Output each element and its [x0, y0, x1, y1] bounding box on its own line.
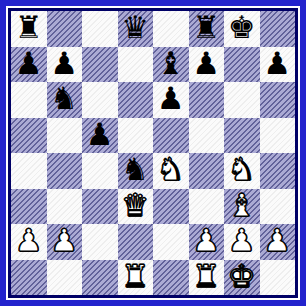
- square-c3[interactable]: [82, 189, 118, 225]
- piece-white-knight-e4[interactable]: ♞: [157, 154, 185, 185]
- square-a4[interactable]: [11, 153, 47, 189]
- piece-white-knight-g4[interactable]: ♞: [228, 154, 256, 185]
- square-b8[interactable]: [47, 11, 83, 47]
- piece-white-king-g1[interactable]: ♚: [228, 261, 256, 292]
- square-g7[interactable]: [224, 47, 260, 83]
- square-e3[interactable]: [153, 189, 189, 225]
- square-d4[interactable]: ♞: [118, 153, 154, 189]
- piece-black-bishop-e7[interactable]: ♝: [157, 48, 185, 79]
- square-d1[interactable]: ♜: [118, 260, 154, 296]
- square-f2[interactable]: ♟: [189, 224, 225, 260]
- square-f8[interactable]: ♜: [189, 11, 225, 47]
- square-d5[interactable]: [118, 118, 154, 154]
- piece-white-rook-d1[interactable]: ♜: [121, 261, 149, 292]
- square-a7[interactable]: ♟: [11, 47, 47, 83]
- piece-white-pawn-h2[interactable]: ♟: [263, 225, 291, 256]
- square-b2[interactable]: ♟: [47, 224, 83, 260]
- square-a3[interactable]: [11, 189, 47, 225]
- square-c4[interactable]: [82, 153, 118, 189]
- piece-black-rook-f8[interactable]: ♜: [192, 12, 220, 43]
- piece-white-rook-f1[interactable]: ♜: [192, 261, 220, 292]
- square-f3[interactable]: [189, 189, 225, 225]
- square-c1[interactable]: [82, 260, 118, 296]
- square-a1[interactable]: [11, 260, 47, 296]
- square-b3[interactable]: [47, 189, 83, 225]
- piece-black-king-g8[interactable]: ♚: [228, 12, 256, 43]
- square-d8[interactable]: ♛: [118, 11, 154, 47]
- square-g6[interactable]: [224, 82, 260, 118]
- piece-black-pawn-c5[interactable]: ♟: [86, 119, 114, 150]
- square-a5[interactable]: [11, 118, 47, 154]
- square-h3[interactable]: [260, 189, 296, 225]
- piece-black-knight-d4[interactable]: ♞: [121, 154, 149, 185]
- piece-white-pawn-b2[interactable]: ♟: [50, 225, 78, 256]
- square-d2[interactable]: [118, 224, 154, 260]
- piece-black-pawn-a7[interactable]: ♟: [15, 48, 43, 79]
- square-a6[interactable]: [11, 82, 47, 118]
- square-f4[interactable]: [189, 153, 225, 189]
- square-g4[interactable]: ♞: [224, 153, 260, 189]
- piece-black-pawn-e6[interactable]: ♟: [157, 83, 185, 114]
- square-d7[interactable]: [118, 47, 154, 83]
- square-h4[interactable]: [260, 153, 296, 189]
- piece-white-pawn-f2[interactable]: ♟: [192, 225, 220, 256]
- square-b6[interactable]: ♞: [47, 82, 83, 118]
- square-d6[interactable]: [118, 82, 154, 118]
- square-e7[interactable]: ♝: [153, 47, 189, 83]
- square-e8[interactable]: [153, 11, 189, 47]
- square-g2[interactable]: ♟: [224, 224, 260, 260]
- square-f1[interactable]: ♜: [189, 260, 225, 296]
- square-b1[interactable]: [47, 260, 83, 296]
- square-h1[interactable]: [260, 260, 296, 296]
- square-a8[interactable]: ♜: [11, 11, 47, 47]
- square-g3[interactable]: ♝: [224, 189, 260, 225]
- square-h7[interactable]: ♟: [260, 47, 296, 83]
- square-g1[interactable]: ♚: [224, 260, 260, 296]
- square-e2[interactable]: [153, 224, 189, 260]
- square-c6[interactable]: [82, 82, 118, 118]
- square-b7[interactable]: ♟: [47, 47, 83, 83]
- piece-white-pawn-a2[interactable]: ♟: [15, 225, 43, 256]
- square-g5[interactable]: [224, 118, 260, 154]
- square-e6[interactable]: ♟: [153, 82, 189, 118]
- square-c2[interactable]: [82, 224, 118, 260]
- piece-black-pawn-f7[interactable]: ♟: [192, 48, 220, 79]
- square-h2[interactable]: ♟: [260, 224, 296, 260]
- piece-white-bishop-g3[interactable]: ♝: [228, 190, 256, 221]
- piece-black-knight-b6[interactable]: ♞: [50, 83, 78, 114]
- square-b4[interactable]: [47, 153, 83, 189]
- chess-board: ♜♛♜♚♟♟♝♟♟♞♟♟♞♞♞♛♝♟♟♟♟♟♜♜♚: [11, 11, 295, 295]
- square-c8[interactable]: [82, 11, 118, 47]
- chess-app: ♜♛♜♚♟♟♝♟♟♞♟♟♞♞♞♛♝♟♟♟♟♟♜♜♚: [0, 0, 306, 306]
- square-e4[interactable]: ♞: [153, 153, 189, 189]
- square-h5[interactable]: [260, 118, 296, 154]
- square-f7[interactable]: ♟: [189, 47, 225, 83]
- piece-black-pawn-h7[interactable]: ♟: [263, 48, 291, 79]
- piece-black-queen-d8[interactable]: ♛: [121, 12, 149, 43]
- piece-white-pawn-g2[interactable]: ♟: [228, 225, 256, 256]
- square-e5[interactable]: [153, 118, 189, 154]
- square-c7[interactable]: [82, 47, 118, 83]
- square-c5[interactable]: ♟: [82, 118, 118, 154]
- square-h6[interactable]: [260, 82, 296, 118]
- square-f6[interactable]: [189, 82, 225, 118]
- square-g8[interactable]: ♚: [224, 11, 260, 47]
- piece-black-pawn-b7[interactable]: ♟: [50, 48, 78, 79]
- square-d3[interactable]: ♛: [118, 189, 154, 225]
- piece-black-rook-a8[interactable]: ♜: [15, 12, 43, 43]
- piece-white-queen-d3[interactable]: ♛: [121, 190, 149, 221]
- square-a2[interactable]: ♟: [11, 224, 47, 260]
- square-h8[interactable]: [260, 11, 296, 47]
- square-e1[interactable]: [153, 260, 189, 296]
- square-b5[interactable]: [47, 118, 83, 154]
- square-f5[interactable]: [189, 118, 225, 154]
